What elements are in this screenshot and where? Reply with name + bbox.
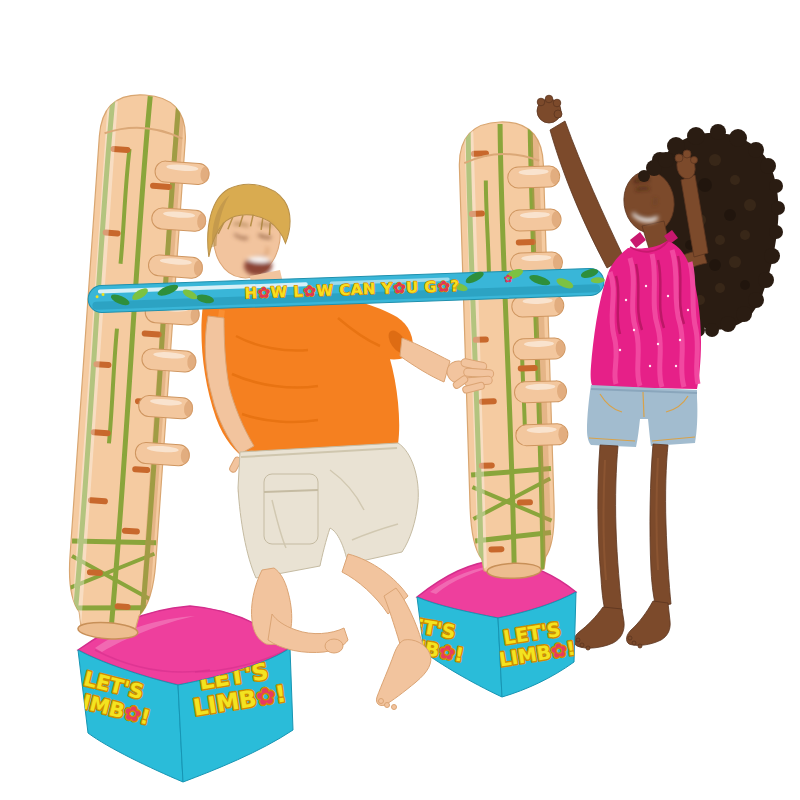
limbo-game-scene: LET'S LIMB✿! LET'S LIMB✿! (0, 0, 800, 800)
boy-left-heel (325, 639, 343, 653)
girl-far-foot (627, 601, 671, 645)
girl-shorts (587, 385, 697, 447)
right-pole (458, 120, 572, 579)
girl-figure (537, 95, 785, 650)
girl-legs (574, 444, 671, 650)
boy-right-forearm (400, 338, 450, 382)
boy-shorts (238, 443, 418, 578)
girl-raised-arm (550, 121, 624, 268)
boy-right-foot (376, 640, 430, 706)
girl-near-foot (574, 607, 624, 648)
bar-end-flower: ✿ (503, 272, 513, 285)
product-photo: LET'S LIMB✿! LET'S LIMB✿! (0, 0, 800, 800)
left-pole (64, 92, 214, 644)
boy-cargo-pocket (264, 474, 318, 544)
